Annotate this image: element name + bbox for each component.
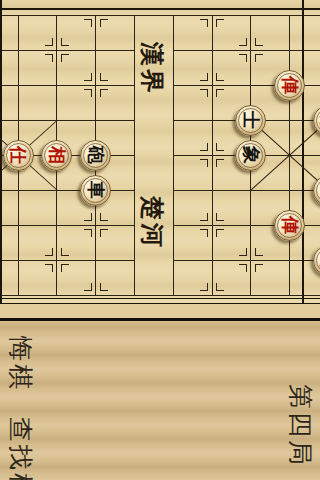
point-marker-corner — [45, 54, 53, 62]
point-marker-corner — [61, 54, 69, 62]
xiangqi-piece-將[interactable]: 將 — [313, 105, 320, 136]
point-marker-corner — [100, 89, 108, 97]
piece-glyph: 士 — [314, 176, 320, 205]
piece-glyph: 砲 — [81, 141, 110, 170]
grid-file-line — [0, 15, 320, 16]
phone-screen: 漢界 楚河 將士馬俥俥士象砲車相仕 第四局 悔棋 查找棋库 — [0, 0, 320, 480]
point-marker — [84, 3, 108, 27]
point-marker — [45, 38, 69, 62]
xiangqi-piece-象[interactable]: 象 — [235, 140, 266, 171]
point-marker-corner — [84, 19, 92, 27]
point-marker-corner — [100, 229, 108, 237]
point-marker-corner — [200, 19, 208, 27]
game-number-label: 第四局 — [284, 384, 317, 468]
point-marker — [45, 248, 69, 272]
piece-glyph: 馬 — [314, 246, 320, 275]
point-marker-corner — [255, 54, 263, 62]
point-marker-corner — [84, 283, 92, 291]
point-marker-corner — [239, 38, 247, 46]
xiangqi-piece-砲[interactable]: 砲 — [80, 140, 111, 171]
point-marker — [200, 143, 224, 167]
point-marker — [84, 73, 108, 97]
point-marker — [239, 38, 263, 62]
point-marker — [200, 213, 224, 237]
point-marker-corner — [216, 159, 224, 167]
point-marker-corner — [216, 19, 224, 27]
point-marker-corner — [216, 213, 224, 221]
point-marker-corner — [255, 38, 263, 46]
xiangqi-piece-馬[interactable]: 馬 — [313, 245, 320, 276]
point-marker-corner — [45, 38, 53, 46]
xiangqi-piece-相[interactable]: 相 — [41, 140, 72, 171]
point-marker-corner — [100, 73, 108, 81]
point-marker — [84, 213, 108, 237]
point-marker-corner — [84, 229, 92, 237]
point-marker-corner — [255, 264, 263, 272]
point-marker-corner — [100, 283, 108, 291]
xiangqi-piece-俥[interactable]: 俥 — [274, 210, 305, 241]
piece-glyph: 俥 — [275, 211, 304, 240]
point-marker-corner — [255, 248, 263, 256]
point-marker-corner — [200, 213, 208, 221]
point-marker-corner — [200, 159, 208, 167]
point-marker-corner — [200, 143, 208, 151]
point-marker — [239, 248, 263, 272]
xiangqi-app-surface: 漢界 楚河 將士馬俥俥士象砲車相仕 第四局 悔棋 查找棋库 — [0, 0, 320, 480]
board-panel-bevel — [0, 304, 320, 318]
xiangqi-piece-士[interactable]: 士 — [235, 105, 266, 136]
piece-glyph: 將 — [314, 106, 320, 135]
point-marker-corner — [100, 19, 108, 27]
grid-file-line — [0, 120, 135, 121]
point-marker-corner — [100, 213, 108, 221]
point-marker-corner — [239, 264, 247, 272]
piece-glyph: 相 — [42, 141, 71, 170]
board-frame-right-border-outer — [0, 298, 320, 300]
point-marker-corner — [200, 229, 208, 237]
piece-glyph: 俥 — [275, 71, 304, 100]
point-marker-corner — [61, 264, 69, 272]
xiangqi-piece-俥[interactable]: 俥 — [274, 70, 305, 101]
point-marker-corner — [239, 54, 247, 62]
undo-move-button[interactable]: 悔棋 — [4, 336, 37, 392]
point-marker — [200, 73, 224, 97]
point-marker-corner — [239, 248, 247, 256]
game-library-button[interactable]: 查找棋库 — [4, 417, 37, 480]
xiangqi-piece-車[interactable]: 車 — [80, 175, 111, 206]
point-marker-corner — [216, 143, 224, 151]
board-frame-top-edge — [302, 0, 304, 304]
grid-rank-line — [173, 15, 174, 296]
point-marker-corner — [84, 213, 92, 221]
point-marker-corner — [216, 89, 224, 97]
point-marker-corner — [61, 248, 69, 256]
point-marker-corner — [84, 73, 92, 81]
point-marker-corner — [200, 283, 208, 291]
point-marker-corner — [216, 73, 224, 81]
piece-glyph: 士 — [236, 106, 265, 135]
grid-file-line — [0, 85, 135, 86]
point-marker-corner — [84, 89, 92, 97]
point-marker-corner — [45, 248, 53, 256]
xiangqi-piece-士[interactable]: 士 — [313, 175, 320, 206]
grid-rank-line — [134, 15, 135, 296]
grid-file-line — [0, 225, 135, 226]
piece-glyph: 象 — [236, 141, 265, 170]
point-marker-corner — [216, 229, 224, 237]
piece-glyph: 仕 — [4, 141, 33, 170]
piece-glyph: 車 — [81, 176, 110, 205]
side-panel: 第四局 悔棋 查找棋库 — [0, 321, 320, 480]
grid-file-line — [0, 190, 135, 191]
river-label-han-jie: 漢界 — [136, 42, 168, 96]
board-frame-bottom-edge — [1, 0, 3, 304]
river-label-chu-he: 楚河 — [136, 196, 168, 250]
board-frame-left-border — [0, 8, 320, 10]
point-marker-corner — [45, 264, 53, 272]
point-marker-corner — [200, 73, 208, 81]
grid-file-line — [0, 295, 320, 296]
point-marker — [200, 3, 224, 27]
grid-file-line — [173, 190, 320, 191]
point-marker-corner — [200, 89, 208, 97]
point-marker-corner — [216, 283, 224, 291]
point-marker-corner — [61, 38, 69, 46]
xiangqi-piece-仕[interactable]: 仕 — [3, 140, 34, 171]
